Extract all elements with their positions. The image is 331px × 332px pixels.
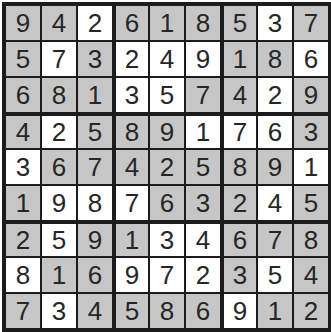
cell-r8c4[interactable]: 9 (114, 258, 148, 292)
cell-r2c7[interactable]: 1 (222, 42, 256, 76)
cell-r1c1[interactable]: 9 (6, 6, 40, 40)
cell-r8c6[interactable]: 2 (186, 258, 220, 292)
cell-r9c9[interactable]: 2 (294, 294, 328, 328)
cell-r3c5[interactable]: 5 (150, 78, 184, 112)
cell-r8c5[interactable]: 7 (150, 258, 184, 292)
cell-r2c2[interactable]: 7 (42, 42, 76, 76)
cell-r1c9[interactable]: 7 (294, 6, 328, 40)
cell-r7c8[interactable]: 7 (258, 222, 292, 256)
cell-r3c6[interactable]: 7 (186, 78, 220, 112)
cell-r3c1[interactable]: 6 (6, 78, 40, 112)
cell-r3c4[interactable]: 3 (114, 78, 148, 112)
cell-r9c7[interactable]: 9 (222, 294, 256, 328)
cell-r2c6[interactable]: 9 (186, 42, 220, 76)
cell-r7c3[interactable]: 9 (78, 222, 112, 256)
cell-r1c5[interactable]: 1 (150, 6, 184, 40)
cell-r9c8[interactable]: 1 (258, 294, 292, 328)
cell-r9c2[interactable]: 3 (42, 294, 76, 328)
cell-r4c2[interactable]: 2 (42, 114, 76, 148)
cell-r1c2[interactable]: 4 (42, 6, 76, 40)
cell-r7c9[interactable]: 8 (294, 222, 328, 256)
cell-r4c8[interactable]: 6 (258, 114, 292, 148)
cell-r9c4[interactable]: 5 (114, 294, 148, 328)
cell-r4c6[interactable]: 1 (186, 114, 220, 148)
cell-r5c9[interactable]: 1 (294, 150, 328, 184)
cell-r5c5[interactable]: 2 (150, 150, 184, 184)
cell-r4c1[interactable]: 4 (6, 114, 40, 148)
cell-r6c3[interactable]: 8 (78, 186, 112, 220)
cell-r8c9[interactable]: 4 (294, 258, 328, 292)
cell-r8c2[interactable]: 1 (42, 258, 76, 292)
cell-r9c1[interactable]: 7 (6, 294, 40, 328)
cell-r5c7[interactable]: 8 (222, 150, 256, 184)
cell-r9c6[interactable]: 6 (186, 294, 220, 328)
cell-r2c3[interactable]: 3 (78, 42, 112, 76)
cell-r6c6[interactable]: 3 (186, 186, 220, 220)
cell-r6c4[interactable]: 7 (114, 186, 148, 220)
cell-r7c1[interactable]: 2 (6, 222, 40, 256)
cell-r2c9[interactable]: 6 (294, 42, 328, 76)
cell-r1c8[interactable]: 3 (258, 6, 292, 40)
cell-r7c6[interactable]: 4 (186, 222, 220, 256)
cell-r6c1[interactable]: 1 (6, 186, 40, 220)
cell-r1c4[interactable]: 6 (114, 6, 148, 40)
cell-r4c7[interactable]: 7 (222, 114, 256, 148)
cell-r7c7[interactable]: 6 (222, 222, 256, 256)
cell-r5c1[interactable]: 3 (6, 150, 40, 184)
cell-r2c5[interactable]: 4 (150, 42, 184, 76)
cell-r1c6[interactable]: 8 (186, 6, 220, 40)
cell-r3c9[interactable]: 9 (294, 78, 328, 112)
cell-r7c4[interactable]: 1 (114, 222, 148, 256)
cell-r8c8[interactable]: 5 (258, 258, 292, 292)
cell-r5c2[interactable]: 6 (42, 150, 76, 184)
cell-r8c1[interactable]: 8 (6, 258, 40, 292)
cell-r6c2[interactable]: 9 (42, 186, 76, 220)
cell-r5c6[interactable]: 5 (186, 150, 220, 184)
cell-r6c9[interactable]: 5 (294, 186, 328, 220)
cell-r2c8[interactable]: 8 (258, 42, 292, 76)
cell-r7c5[interactable]: 3 (150, 222, 184, 256)
cell-r1c7[interactable]: 5 (222, 6, 256, 40)
cell-r3c7[interactable]: 4 (222, 78, 256, 112)
cell-r5c4[interactable]: 4 (114, 150, 148, 184)
cell-r1c3[interactable]: 2 (78, 6, 112, 40)
cell-r3c2[interactable]: 8 (42, 78, 76, 112)
cell-r8c7[interactable]: 3 (222, 258, 256, 292)
cell-r6c8[interactable]: 4 (258, 186, 292, 220)
cell-r3c3[interactable]: 1 (78, 78, 112, 112)
cell-r2c1[interactable]: 5 (6, 42, 40, 76)
cell-r4c4[interactable]: 8 (114, 114, 148, 148)
cell-r8c3[interactable]: 6 (78, 258, 112, 292)
cell-r3c8[interactable]: 2 (258, 78, 292, 112)
cell-r7c2[interactable]: 5 (42, 222, 76, 256)
cell-r4c5[interactable]: 9 (150, 114, 184, 148)
cell-r9c3[interactable]: 4 (78, 294, 112, 328)
sudoku-board: 9426185375732491866813574294258917633674… (2, 2, 331, 332)
cell-r4c3[interactable]: 5 (78, 114, 112, 148)
cell-r6c5[interactable]: 6 (150, 186, 184, 220)
cell-r2c4[interactable]: 2 (114, 42, 148, 76)
cell-r9c5[interactable]: 8 (150, 294, 184, 328)
cell-r5c8[interactable]: 9 (258, 150, 292, 184)
cell-r6c7[interactable]: 2 (222, 186, 256, 220)
cell-r4c9[interactable]: 3 (294, 114, 328, 148)
cell-r5c3[interactable]: 7 (78, 150, 112, 184)
